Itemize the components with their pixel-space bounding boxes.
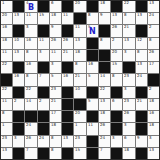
cell-r12c10[interactable]: 18 xyxy=(123,148,134,159)
code-number: 2 xyxy=(149,25,152,29)
code-number: 11 xyxy=(2,50,7,54)
cell-r2c0[interactable]: 16 xyxy=(1,25,12,36)
code-number: 13 xyxy=(137,62,142,66)
code-number: 1 xyxy=(2,1,5,5)
cell-r5c11[interactable]: 13 xyxy=(136,62,147,73)
code-number: 13 xyxy=(112,13,117,17)
code-number: 2 xyxy=(112,38,115,42)
code-number: 15 xyxy=(75,148,80,152)
code-number: 13 xyxy=(14,13,19,17)
cell-r5c12[interactable]: 17 xyxy=(148,62,159,73)
cell-r3c11[interactable]: 12 xyxy=(136,38,147,49)
cell-r4c6[interactable]: 18 xyxy=(74,50,85,61)
code-number: 24 xyxy=(26,123,31,127)
code-number: 8 xyxy=(88,13,91,17)
code-number: 3 xyxy=(124,123,127,127)
cell-r5c0[interactable]: 22 xyxy=(1,62,12,73)
cell-r12c12[interactable]: 13 xyxy=(148,148,159,159)
code-number: 14 xyxy=(26,99,31,103)
code-number: 24 xyxy=(149,13,154,17)
cell-r2c9[interactable]: 26 xyxy=(111,25,122,36)
code-number: 8 xyxy=(26,74,29,78)
block-cell-r5c5 xyxy=(62,62,73,73)
block-cell-r2c8 xyxy=(99,25,110,36)
cell-r6c9[interactable]: 8 xyxy=(111,74,122,85)
code-number: 18 xyxy=(149,99,154,103)
cell-r6c5[interactable]: 16 xyxy=(62,74,73,85)
code-number: 18 xyxy=(100,111,105,115)
cell-r4c3[interactable]: 3 xyxy=(38,50,49,61)
code-number: 18 xyxy=(149,123,154,127)
code-number: 3 xyxy=(124,50,127,54)
cell-r3c8[interactable]: 8 xyxy=(99,38,110,49)
cell-r8c9[interactable]: 6 xyxy=(111,99,122,110)
block-cell-r1c6 xyxy=(74,13,85,24)
cell-r5c7[interactable]: 16 xyxy=(87,62,98,73)
block-cell-r0c9 xyxy=(111,1,122,12)
block-cell-r11c7 xyxy=(87,136,98,147)
block-cell-r7c1 xyxy=(13,87,24,98)
code-number: 22 xyxy=(124,1,129,5)
code-number: 26 xyxy=(112,25,117,29)
code-number: 10 xyxy=(14,38,19,42)
cell-r9c4[interactable]: 17 xyxy=(50,111,61,122)
code-number: 6 xyxy=(112,99,115,103)
code-number: 20 xyxy=(75,111,80,115)
cell-r0c12[interactable]: 13 xyxy=(148,1,159,12)
code-number: 18 xyxy=(100,1,105,5)
cell-r12c0[interactable]: 13 xyxy=(1,148,12,159)
code-number: 21 xyxy=(75,74,80,78)
cell-r10c12[interactable]: 18 xyxy=(148,123,159,134)
code-number: 5 xyxy=(88,74,91,78)
cell-r2c10[interactable]: 21 xyxy=(123,25,134,36)
code-number: 13 xyxy=(124,38,129,42)
cell-r1c4[interactable]: 18 xyxy=(50,13,61,24)
cell-r6c10[interactable]: 23 xyxy=(123,74,134,85)
code-number: 11 xyxy=(51,50,56,54)
code-number: 2 xyxy=(149,87,152,91)
block-cell-r5c3 xyxy=(38,62,49,73)
cell-r8c7[interactable]: 5 xyxy=(87,99,98,110)
cell-r1c10[interactable]: 8 xyxy=(123,13,134,24)
code-number: 6 xyxy=(51,1,54,5)
code-number: 8 xyxy=(51,136,54,140)
cell-r5c6[interactable]: 8 xyxy=(74,62,85,73)
cell-r6c2[interactable]: 8 xyxy=(25,74,36,85)
block-cell-r0c3 xyxy=(38,1,49,12)
code-number: 7 xyxy=(26,148,29,152)
block-cell-r2c3 xyxy=(38,25,49,36)
cell-r0c10[interactable]: 22 xyxy=(123,1,134,12)
code-number: 12 xyxy=(137,38,142,42)
code-number: 13 xyxy=(2,148,7,152)
cell-r4c4[interactable]: 11 xyxy=(50,50,61,61)
code-number: 3 xyxy=(124,87,127,91)
cell-r7c8[interactable]: 22 xyxy=(99,87,110,98)
cell-r12c8[interactable]: 7 xyxy=(99,148,110,159)
code-number: 8 xyxy=(26,50,29,54)
code-number: 20 xyxy=(112,50,117,54)
code-number: 21 xyxy=(137,99,142,103)
cell-r1c9[interactable]: 13 xyxy=(111,13,122,24)
cell-r8c2[interactable]: 14 xyxy=(25,99,36,110)
cell-r3c2[interactable]: 16 xyxy=(25,38,36,49)
code-number: 22 xyxy=(26,87,31,91)
code-number: 8 xyxy=(137,50,140,54)
cell-r9c0[interactable]: 8 xyxy=(1,111,12,122)
cell-r4c0[interactable]: 11 xyxy=(1,50,12,61)
cell-r7c0[interactable]: 22 xyxy=(1,87,12,98)
code-number: 1 xyxy=(75,123,78,127)
cell-r8c4[interactable]: 21 xyxy=(50,99,61,110)
code-number: 6 xyxy=(124,136,127,140)
cell-r6c11[interactable]: 24 xyxy=(136,74,147,85)
cell-r11c4[interactable]: 8 xyxy=(50,136,61,147)
code-number: 13 xyxy=(63,136,68,140)
code-number: 18 xyxy=(124,148,129,152)
code-number: 26 xyxy=(100,123,105,127)
code-number: 15 xyxy=(112,62,117,66)
code-number: 24 xyxy=(100,136,105,140)
code-number: 16 xyxy=(149,111,154,115)
code-number: 16 xyxy=(2,25,7,29)
cell-r1c3[interactable]: 15 xyxy=(38,13,49,24)
code-number: 23 xyxy=(51,87,56,91)
code-number: 23 xyxy=(75,136,80,140)
cell-r4c2[interactable]: 8 xyxy=(25,50,36,61)
block-cell-r8c5 xyxy=(62,99,73,110)
cell-r4c1[interactable]: 13 xyxy=(13,50,24,61)
cell-r11c5[interactable]: 13 xyxy=(62,136,73,147)
code-number: 7 xyxy=(100,148,103,152)
cell-r1c1[interactable]: 13 xyxy=(13,13,24,24)
block-cell-r0c1 xyxy=(13,1,24,12)
cell-r11c12[interactable]: 3 xyxy=(148,136,159,147)
code-number: 22 xyxy=(2,87,7,91)
cell-r5c4[interactable]: 3 xyxy=(50,62,61,73)
cell-r9c8[interactable]: 18 xyxy=(99,111,110,122)
cell-r0c6[interactable]: 20 xyxy=(74,1,85,12)
code-number: 26 xyxy=(51,38,56,42)
starter-letter-N: N xyxy=(87,27,98,36)
block-cell-r9c7 xyxy=(87,111,98,122)
cell-r0c0[interactable]: 1 xyxy=(1,1,12,12)
code-number: 3 xyxy=(149,136,152,140)
code-number: 24 xyxy=(137,74,142,78)
block-cell-r2c11 xyxy=(136,25,147,36)
cell-r12c4[interactable]: 8 xyxy=(50,148,61,159)
code-number: 16 xyxy=(88,62,93,66)
block-cell-r0c11 xyxy=(136,1,147,12)
code-number: 18 xyxy=(2,38,7,42)
starter-letter-B: B xyxy=(25,3,36,12)
block-cell-r12c3 xyxy=(38,148,49,159)
code-number: 26 xyxy=(149,50,154,54)
cell-r4c9[interactable]: 20 xyxy=(111,50,122,61)
code-number: 15 xyxy=(39,13,44,17)
cell-r3c0[interactable]: 18 xyxy=(1,38,12,49)
cell-r10c7[interactable]: 11 xyxy=(87,123,98,134)
cell-r1c12[interactable]: 24 xyxy=(148,13,159,24)
block-cell-r9c9 xyxy=(111,111,122,122)
block-cell-r10c1 xyxy=(13,123,24,134)
cell-r4c5[interactable]: 21 xyxy=(62,50,73,61)
cell-r3c3[interactable]: 11 xyxy=(38,38,49,49)
code-number: 21 xyxy=(124,25,129,29)
block-cell-r12c9 xyxy=(111,148,122,159)
cell-r3c12[interactable]: 8 xyxy=(148,38,159,49)
block-cell-r3c7 xyxy=(87,38,98,49)
code-number: 16 xyxy=(63,74,68,78)
cell-r4c10[interactable]: 3 xyxy=(123,50,134,61)
cell-r10c0[interactable]: 1 xyxy=(1,123,12,134)
cell-r8c8[interactable]: 13 xyxy=(99,99,110,110)
block-cell-r2c1 xyxy=(13,25,24,36)
cell-r8c12[interactable]: 18 xyxy=(148,99,159,110)
block-cell-r5c1 xyxy=(13,62,24,73)
code-number: 8 xyxy=(124,13,127,17)
code-number: 16 xyxy=(14,74,19,78)
block-cell-r12c5 xyxy=(62,148,73,159)
code-number: 17 xyxy=(51,111,56,115)
cell-r8c11[interactable]: 21 xyxy=(136,99,147,110)
cell-r11c1[interactable]: 3 xyxy=(13,136,24,147)
code-number: 21 xyxy=(51,99,56,103)
cell-r10c2[interactable]: 24 xyxy=(25,123,36,134)
cell-r0c8[interactable]: 18 xyxy=(99,1,110,12)
cell-r7c4[interactable]: 23 xyxy=(50,87,61,98)
cell-r9c12[interactable]: 16 xyxy=(148,111,159,122)
cell-r11c10[interactable]: 6 xyxy=(123,136,134,147)
block-cell-r9c11 xyxy=(136,111,147,122)
cell-r2c6[interactable]: 11 xyxy=(74,25,85,36)
code-number: 13 xyxy=(14,50,19,54)
cell-r8c1[interactable]: 2 xyxy=(13,99,24,110)
code-number: 26 xyxy=(124,111,129,115)
block-cell-r7c5 xyxy=(62,87,73,98)
code-number: 20 xyxy=(75,1,80,5)
cell-r12c6[interactable]: 15 xyxy=(74,148,85,159)
code-number: 9 xyxy=(100,13,103,17)
code-number: 11 xyxy=(39,38,44,42)
cell-r0c4[interactable]: 6 xyxy=(50,1,61,12)
code-number: 23 xyxy=(124,74,129,78)
code-number: 8 xyxy=(112,74,115,78)
code-number: 5 xyxy=(88,99,91,103)
block-cell-r8c6 xyxy=(74,99,85,110)
cell-r10c4[interactable]: 18 xyxy=(50,123,61,134)
block-cell-r4c7 xyxy=(87,50,98,61)
block-cell-r7c9 xyxy=(111,87,122,98)
cell-r12c2[interactable]: 7 xyxy=(25,148,36,159)
code-number: 21 xyxy=(63,50,68,54)
block-cell-r5c10 xyxy=(123,62,134,73)
code-number: 13 xyxy=(137,13,142,17)
cell-r11c8[interactable]: 24 xyxy=(99,136,110,147)
code-number: 8 xyxy=(2,111,5,115)
cell-r4c11[interactable]: 8 xyxy=(136,50,147,61)
cell-r8c10[interactable]: 23 xyxy=(123,99,134,110)
code-number: 8 xyxy=(100,38,103,42)
code-number: 16 xyxy=(26,62,31,66)
cell-r6c3[interactable]: 7 xyxy=(38,74,49,85)
code-number: 8 xyxy=(75,62,78,66)
code-number: 17 xyxy=(149,62,154,66)
block-cell-r7c7 xyxy=(87,87,98,98)
code-number: 23 xyxy=(124,99,129,103)
cell-r3c10[interactable]: 13 xyxy=(123,38,134,49)
code-number: 13 xyxy=(100,99,105,103)
code-number: 18 xyxy=(51,13,56,17)
code-number: 24 xyxy=(39,136,44,140)
block-cell-r10c5 xyxy=(62,123,73,134)
cell-r1c8[interactable]: 9 xyxy=(99,13,110,24)
cell-r6c7[interactable]: 5 xyxy=(87,74,98,85)
block-cell-r12c11 xyxy=(136,148,147,159)
block-cell-r4c8 xyxy=(99,50,110,61)
code-number: 11 xyxy=(75,25,80,29)
code-number: 20 xyxy=(2,13,7,17)
block-cell-r7c3 xyxy=(38,87,49,98)
cell-r3c4[interactable]: 26 xyxy=(50,38,61,49)
code-number: 7 xyxy=(39,74,42,78)
cell-r8c3[interactable]: 2 xyxy=(38,99,49,110)
code-number: 13 xyxy=(149,148,154,152)
code-number: 8 xyxy=(149,38,152,42)
block-cell-r7c11 xyxy=(136,87,147,98)
block-cell-r12c1 xyxy=(13,148,24,159)
code-number: 22 xyxy=(100,87,105,91)
code-number: 5 xyxy=(51,74,54,78)
code-number: 9 xyxy=(137,136,140,140)
code-number: 11 xyxy=(2,99,7,103)
block-cell-r6c0 xyxy=(1,74,12,85)
cell-r11c11[interactable]: 9 xyxy=(136,136,147,147)
cell-r10c6[interactable]: 1 xyxy=(74,123,85,134)
block-cell-r10c3 xyxy=(38,123,49,134)
block-cell-r9c3 xyxy=(38,111,49,122)
cell-r2c2[interactable]: 3 xyxy=(25,25,36,36)
cell-r0c2[interactable]: 4B xyxy=(25,1,36,12)
block-cell-r0c7 xyxy=(87,1,98,12)
block-cell-r6c12 xyxy=(148,74,159,85)
cell-r7c2[interactable]: 22 xyxy=(25,87,36,98)
cell-r6c4[interactable]: 5 xyxy=(50,74,61,85)
codeword-board: 14B6201822132013111518118913813241639115… xyxy=(0,0,160,160)
cell-r1c11[interactable]: 13 xyxy=(136,13,147,24)
code-number: 18 xyxy=(51,123,56,127)
code-number: 3 xyxy=(39,50,42,54)
code-number: 3 xyxy=(112,136,115,140)
cell-r11c6[interactable]: 23 xyxy=(74,136,85,147)
cell-r7c6[interactable]: 10 xyxy=(74,87,85,98)
cell-r11c0[interactable]: 23 xyxy=(1,136,12,147)
cell-r6c8[interactable]: 14 xyxy=(99,74,110,85)
cell-r7c12[interactable]: 2 xyxy=(148,87,159,98)
cell-r11c2[interactable]: 26 xyxy=(25,136,36,147)
code-number: 10 xyxy=(75,87,80,91)
block-cell-r9c5 xyxy=(62,111,73,122)
code-number: 11 xyxy=(63,13,68,17)
cell-r3c1[interactable]: 10 xyxy=(13,38,24,49)
code-number: 26 xyxy=(63,38,68,42)
block-cell-r10c9 xyxy=(111,123,122,134)
cell-r2c4[interactable]: 9 xyxy=(50,25,61,36)
code-number: 16 xyxy=(26,38,31,42)
block-cell-r10c11 xyxy=(136,123,147,134)
cell-r1c7[interactable]: 8 xyxy=(87,13,98,24)
code-number: 2 xyxy=(14,99,17,103)
cell-r2c7[interactable]: 5N xyxy=(87,25,98,36)
cell-r10c10[interactable]: 3 xyxy=(123,123,134,134)
cell-r6c6[interactable]: 21 xyxy=(74,74,85,85)
cell-r6c1[interactable]: 16 xyxy=(13,74,24,85)
code-number: 3 xyxy=(14,136,17,140)
cell-r11c9[interactable]: 3 xyxy=(111,136,122,147)
cell-r7c10[interactable]: 3 xyxy=(123,87,134,98)
block-cell-r9c2 xyxy=(25,111,36,122)
code-number: 22 xyxy=(2,62,7,66)
code-number: 11 xyxy=(26,13,31,17)
cell-r5c9[interactable]: 15 xyxy=(111,62,122,73)
block-cell-r2c5 xyxy=(62,25,73,36)
code-number: 13 xyxy=(75,38,80,42)
cell-r3c6[interactable]: 13 xyxy=(74,38,85,49)
code-number: 3 xyxy=(51,62,54,66)
cell-r2c12[interactable]: 2 xyxy=(148,25,159,36)
cell-r9c10[interactable]: 26 xyxy=(123,111,134,122)
code-number: 13 xyxy=(149,1,154,5)
code-number: 8 xyxy=(51,148,54,152)
code-number: 18 xyxy=(75,50,80,54)
cell-r11c3[interactable]: 24 xyxy=(38,136,49,147)
cell-r1c0[interactable]: 20 xyxy=(1,13,12,24)
cell-r3c5[interactable]: 26 xyxy=(62,38,73,49)
code-number: 3 xyxy=(26,25,29,29)
cell-r1c2[interactable]: 11 xyxy=(25,13,36,24)
cell-r1c5[interactable]: 11 xyxy=(62,13,73,24)
code-number: 14 xyxy=(100,74,105,78)
cell-r9c6[interactable]: 20 xyxy=(74,111,85,122)
code-number: 23 xyxy=(2,136,7,140)
code-number: 9 xyxy=(51,25,54,29)
cell-r4c12[interactable]: 26 xyxy=(148,50,159,61)
cell-r5c2[interactable]: 16 xyxy=(25,62,36,73)
block-cell-r5c8 xyxy=(99,62,110,73)
cell-r8c0[interactable]: 11 xyxy=(1,99,12,110)
code-number: 1 xyxy=(2,123,5,127)
code-number: 11 xyxy=(88,123,93,127)
block-cell-r9c1 xyxy=(13,111,24,122)
code-number: 2 xyxy=(39,99,42,103)
cell-r3c9[interactable]: 2 xyxy=(111,38,122,49)
block-cell-r12c7 xyxy=(87,148,98,159)
cell-r10c8[interactable]: 26 xyxy=(99,123,110,134)
code-number: 26 xyxy=(26,136,31,140)
block-cell-r0c5 xyxy=(62,1,73,12)
